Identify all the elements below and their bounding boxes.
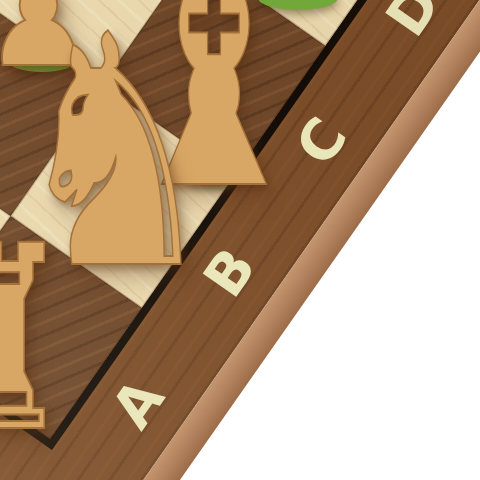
chessboard-photo: ABCDEF ♜♞♝♟	[0, 0, 480, 480]
chess-board: ABCDEF	[0, 0, 480, 480]
